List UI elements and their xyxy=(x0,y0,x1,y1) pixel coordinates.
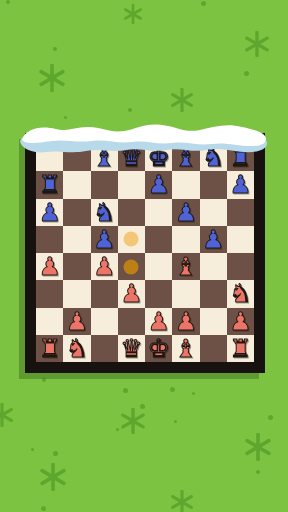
square-c3[interactable] xyxy=(91,280,118,307)
square-a6[interactable]: ♟ xyxy=(36,199,63,226)
square-h2[interactable]: ♟ xyxy=(227,308,254,335)
snowflake-decoration xyxy=(120,408,146,434)
square-e2[interactable]: ♟ xyxy=(145,308,172,335)
red-knight-h3[interactable]: ♞ xyxy=(229,280,251,307)
blue-queen-d8[interactable]: ♛ xyxy=(120,144,142,171)
red-pawn-h2[interactable]: ♟ xyxy=(229,308,251,335)
snowflake-decoration xyxy=(170,88,194,112)
dot-decoration xyxy=(174,420,177,423)
blue-pawn-e7[interactable]: ♟ xyxy=(147,171,169,198)
snowflake-decoration xyxy=(39,463,67,491)
dot-decoration xyxy=(6,0,10,4)
blue-pawn-f6[interactable]: ♟ xyxy=(175,199,197,226)
blue-rook-a7[interactable]: ♜ xyxy=(38,171,60,198)
square-e5[interactable] xyxy=(145,226,172,253)
square-d4[interactable] xyxy=(118,253,145,280)
square-c4[interactable]: ♟ xyxy=(91,253,118,280)
dot-decoration xyxy=(201,1,206,6)
snowflake-decoration xyxy=(244,433,272,461)
square-d1[interactable]: ♛ xyxy=(118,335,145,362)
snowflake-decoration xyxy=(123,4,143,24)
square-f7[interactable] xyxy=(172,171,199,198)
square-a1[interactable]: ♜ xyxy=(36,335,63,362)
square-e8[interactable]: ♚ xyxy=(145,144,172,171)
square-c8[interactable]: ♝ xyxy=(91,144,118,171)
red-king-e1[interactable]: ♚ xyxy=(147,335,169,362)
square-b5[interactable] xyxy=(63,226,90,253)
square-g1[interactable] xyxy=(200,335,227,362)
dot-decoration xyxy=(53,451,58,456)
red-pawn-c4[interactable]: ♟ xyxy=(93,253,115,280)
square-h3[interactable]: ♞ xyxy=(227,280,254,307)
move-hint-d5 xyxy=(124,232,139,247)
square-e6[interactable] xyxy=(145,199,172,226)
dot-decoration xyxy=(53,47,57,51)
dot-decoration xyxy=(140,404,145,409)
square-a8[interactable] xyxy=(36,144,63,171)
square-g8[interactable]: ♞ xyxy=(200,144,227,171)
dot-decoration xyxy=(41,506,46,511)
square-f3[interactable] xyxy=(172,280,199,307)
red-bishop-f1[interactable]: ♝ xyxy=(175,335,197,362)
square-c7[interactable] xyxy=(91,171,118,198)
square-e4[interactable] xyxy=(145,253,172,280)
square-b2[interactable]: ♟ xyxy=(63,308,90,335)
move-hint-d4 xyxy=(124,259,139,274)
square-a4[interactable]: ♟ xyxy=(36,253,63,280)
snowflake-decoration xyxy=(244,31,270,57)
square-b3[interactable] xyxy=(63,280,90,307)
square-d3[interactable]: ♟ xyxy=(118,280,145,307)
square-b7[interactable] xyxy=(63,171,90,198)
red-rook-a1[interactable]: ♜ xyxy=(38,335,60,362)
red-knight-b1[interactable]: ♞ xyxy=(66,335,88,362)
blue-knight-g8[interactable]: ♞ xyxy=(202,144,224,171)
square-h1[interactable]: ♜ xyxy=(227,335,254,362)
square-g7[interactable] xyxy=(200,171,227,198)
square-a5[interactable] xyxy=(36,226,63,253)
chess-board: ♝♛♚♝♞♜♜♟♟♟♞♟♟♟♟♟♝♟♞♟♟♟♟♜♞♛♚♝♜ xyxy=(36,144,254,362)
square-b8[interactable] xyxy=(63,144,90,171)
dot-decoration xyxy=(268,415,273,420)
blue-king-e8[interactable]: ♚ xyxy=(147,144,169,171)
red-bishop-f4[interactable]: ♝ xyxy=(175,253,197,280)
dot-decoration xyxy=(31,448,34,451)
square-f6[interactable]: ♟ xyxy=(172,199,199,226)
square-g5[interactable]: ♟ xyxy=(200,226,227,253)
square-f1[interactable]: ♝ xyxy=(172,335,199,362)
blue-pawn-h7[interactable]: ♟ xyxy=(229,171,251,198)
square-f5[interactable] xyxy=(172,226,199,253)
dot-decoration xyxy=(123,388,128,393)
dot-decoration xyxy=(244,71,249,76)
square-h8[interactable]: ♜ xyxy=(227,144,254,171)
red-pawn-a4[interactable]: ♟ xyxy=(38,253,60,280)
square-d5[interactable] xyxy=(118,226,145,253)
dot-decoration xyxy=(170,387,175,392)
dot-decoration xyxy=(116,428,119,431)
blue-rook-h8[interactable]: ♜ xyxy=(229,144,251,171)
square-e7[interactable]: ♟ xyxy=(145,171,172,198)
blue-pawn-a6[interactable]: ♟ xyxy=(38,199,60,226)
square-d7[interactable] xyxy=(118,171,145,198)
snowflake-decoration xyxy=(0,403,14,427)
square-f4[interactable]: ♝ xyxy=(172,253,199,280)
square-h7[interactable]: ♟ xyxy=(227,171,254,198)
chess-board-frame: ♝♛♚♝♞♜♜♟♟♟♞♟♟♟♟♟♝♟♞♟♟♟♟♜♞♛♚♝♜ xyxy=(25,133,265,373)
square-a2[interactable] xyxy=(36,308,63,335)
square-g2[interactable] xyxy=(200,308,227,335)
square-e3[interactable] xyxy=(145,280,172,307)
red-rook-h1[interactable]: ♜ xyxy=(229,335,251,362)
dot-decoration xyxy=(42,378,46,382)
square-c2[interactable] xyxy=(91,308,118,335)
square-g3[interactable] xyxy=(200,280,227,307)
square-c5[interactable]: ♟ xyxy=(91,226,118,253)
snowflake-decoration xyxy=(38,64,66,92)
red-pawn-d3[interactable]: ♟ xyxy=(120,280,142,307)
snowflake-decoration xyxy=(170,490,194,512)
red-pawn-b2[interactable]: ♟ xyxy=(66,308,88,335)
red-pawn-e2[interactable]: ♟ xyxy=(147,308,169,335)
square-b6[interactable] xyxy=(63,199,90,226)
dot-decoration xyxy=(128,108,132,112)
dot-decoration xyxy=(64,116,67,119)
red-queen-d1[interactable]: ♛ xyxy=(120,335,142,362)
square-h6[interactable] xyxy=(227,199,254,226)
square-d2[interactable] xyxy=(118,308,145,335)
square-b4[interactable] xyxy=(63,253,90,280)
square-g4[interactable] xyxy=(200,253,227,280)
square-b1[interactable]: ♞ xyxy=(63,335,90,362)
dot-decoration xyxy=(192,392,195,395)
square-f2[interactable]: ♟ xyxy=(172,308,199,335)
blue-bishop-c8[interactable]: ♝ xyxy=(93,144,115,171)
square-e1[interactable]: ♚ xyxy=(145,335,172,362)
square-d6[interactable] xyxy=(118,199,145,226)
square-g6[interactable] xyxy=(200,199,227,226)
square-c6[interactable]: ♞ xyxy=(91,199,118,226)
square-a7[interactable]: ♜ xyxy=(36,171,63,198)
square-h4[interactable] xyxy=(227,253,254,280)
red-pawn-f2[interactable]: ♟ xyxy=(175,308,197,335)
square-h5[interactable] xyxy=(227,226,254,253)
blue-pawn-c5[interactable]: ♟ xyxy=(93,226,115,253)
blue-bishop-f8[interactable]: ♝ xyxy=(175,144,197,171)
blue-pawn-g5[interactable]: ♟ xyxy=(202,226,224,253)
square-d8[interactable]: ♛ xyxy=(118,144,145,171)
square-f8[interactable]: ♝ xyxy=(172,144,199,171)
square-a3[interactable] xyxy=(36,280,63,307)
blue-knight-c6[interactable]: ♞ xyxy=(93,199,115,226)
square-c1[interactable] xyxy=(91,335,118,362)
dot-decoration xyxy=(256,470,260,474)
